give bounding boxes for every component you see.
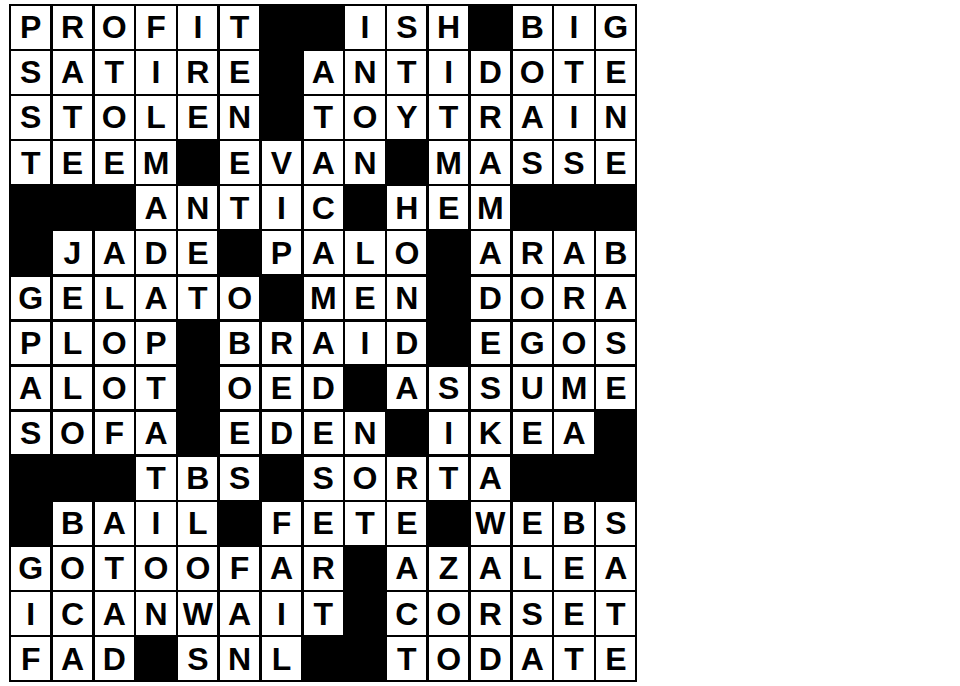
letter-square-r1c13[interactable]: B	[513, 6, 552, 49]
letter-square-r2c15[interactable]: E	[596, 51, 635, 94]
letter-square-r12c15[interactable]: S	[596, 502, 635, 545]
letter-square-r9c1[interactable]: A	[11, 367, 50, 410]
letter-square-r5c7[interactable]: I	[262, 186, 301, 229]
letter-square-r8c7[interactable]: R	[262, 322, 301, 365]
letter-square-r8c10[interactable]: D	[387, 322, 426, 365]
letter-square-r13c2[interactable]: O	[53, 547, 92, 590]
block-square-r1c12	[471, 6, 510, 49]
letter-square-r13c11[interactable]: Z	[429, 547, 468, 590]
letter-square-r12c3[interactable]: A	[95, 502, 134, 545]
letter-square-r8c3[interactable]: O	[95, 322, 134, 365]
letter-square-r12c5[interactable]: L	[178, 502, 217, 545]
letter-square-r4c1[interactable]: T	[11, 141, 50, 184]
letter-square-r15c2[interactable]: A	[53, 637, 92, 680]
letter-square-r8c13[interactable]: G	[513, 322, 552, 365]
letter-square-r10c12[interactable]: K	[471, 412, 510, 455]
block-square-r10c10	[387, 412, 426, 455]
block-square-r5c14	[554, 186, 593, 229]
block-square-r6c6	[220, 231, 259, 274]
block-square-r9c9	[345, 367, 384, 410]
letter-square-r4c6[interactable]: E	[220, 141, 259, 184]
letter-square-r6c8[interactable]: A	[304, 231, 343, 274]
letter-square-r3c15[interactable]: N	[596, 96, 635, 139]
letter-square-r10c9[interactable]: N	[345, 412, 384, 455]
letter-square-r1c2[interactable]: R	[53, 6, 92, 49]
letter-square-r4c12[interactable]: A	[471, 141, 510, 184]
block-square-r1c8	[304, 6, 343, 49]
block-square-r6c11	[429, 231, 468, 274]
letter-square-r6c12[interactable]: A	[471, 231, 510, 274]
letter-square-r14c5[interactable]: W	[178, 592, 217, 635]
letter-square-r2c11[interactable]: I	[429, 51, 468, 94]
block-square-r15c4	[136, 637, 175, 680]
letter-square-r7c3[interactable]: L	[95, 277, 134, 320]
letter-square-r1c9[interactable]: I	[345, 6, 384, 49]
letter-square-r2c5[interactable]: R	[178, 51, 217, 94]
letter-square-r7c13[interactable]: O	[513, 277, 552, 320]
letter-square-r8c6[interactable]: B	[220, 322, 259, 365]
letter-square-r9c11[interactable]: S	[429, 367, 468, 410]
letter-square-r9c6[interactable]: O	[220, 367, 259, 410]
letter-square-r15c11[interactable]: O	[429, 637, 468, 680]
block-square-r10c5	[178, 412, 217, 455]
letter-square-r13c3[interactable]: T	[95, 547, 134, 590]
letter-square-r12c4[interactable]: I	[136, 502, 175, 545]
letter-square-r2c6[interactable]: E	[220, 51, 259, 94]
letter-square-r13c10[interactable]: A	[387, 547, 426, 590]
letter-square-r7c1[interactable]: G	[11, 277, 50, 320]
letter-square-r11c5[interactable]: B	[178, 457, 217, 500]
block-square-r15c9	[345, 637, 384, 680]
letter-square-r10c4[interactable]: A	[136, 412, 175, 455]
letter-square-r11c6[interactable]: S	[220, 457, 259, 500]
letter-square-r14c6[interactable]: A	[220, 592, 259, 635]
letter-square-r3c11[interactable]: T	[429, 96, 468, 139]
letter-square-r1c1[interactable]: P	[11, 6, 50, 49]
block-square-r2c7	[262, 51, 301, 94]
letter-square-r11c8[interactable]: S	[304, 457, 343, 500]
letter-square-r2c13[interactable]: O	[513, 51, 552, 94]
letter-square-r1c4[interactable]: F	[136, 6, 175, 49]
letter-square-r11c12[interactable]: A	[471, 457, 510, 500]
letter-square-r13c14[interactable]: E	[554, 547, 593, 590]
letter-square-r3c5[interactable]: E	[178, 96, 217, 139]
letter-square-r6c10[interactable]: O	[387, 231, 426, 274]
letter-square-r5c12[interactable]: M	[471, 186, 510, 229]
letter-square-r4c3[interactable]: E	[95, 141, 134, 184]
letter-square-r3c8[interactable]: T	[304, 96, 343, 139]
letter-square-r6c14[interactable]: A	[554, 231, 593, 274]
letter-square-r3c14[interactable]: I	[554, 96, 593, 139]
letter-square-r15c10[interactable]: T	[387, 637, 426, 680]
letter-square-r2c4[interactable]: I	[136, 51, 175, 94]
letter-square-r13c4[interactable]: O	[136, 547, 175, 590]
letter-square-r7c4[interactable]: A	[136, 277, 175, 320]
letter-square-r4c13[interactable]: S	[513, 141, 552, 184]
letter-square-r10c2[interactable]: O	[53, 412, 92, 455]
letter-square-r9c12[interactable]: S	[471, 367, 510, 410]
letter-square-r14c8[interactable]: T	[304, 592, 343, 635]
letter-square-r6c13[interactable]: R	[513, 231, 552, 274]
block-square-r11c7	[262, 457, 301, 500]
letter-square-r4c9[interactable]: N	[345, 141, 384, 184]
block-square-r11c15	[596, 457, 635, 500]
letter-square-r1c15[interactable]: G	[596, 6, 635, 49]
block-square-r5c3	[95, 186, 134, 229]
letter-square-r1c11[interactable]: H	[429, 6, 468, 49]
letter-square-r15c13[interactable]: A	[513, 637, 552, 680]
letter-square-r14c11[interactable]: O	[429, 592, 468, 635]
letter-square-r12c9[interactable]: T	[345, 502, 384, 545]
letter-square-r8c1[interactable]: P	[11, 322, 50, 365]
letter-square-r11c4[interactable]: T	[136, 457, 175, 500]
letter-square-r13c1[interactable]: G	[11, 547, 50, 590]
letter-square-r7c10[interactable]: N	[387, 277, 426, 320]
letter-square-r15c15[interactable]: E	[596, 637, 635, 680]
block-square-r5c2	[53, 186, 92, 229]
letter-square-r7c15[interactable]: A	[596, 277, 635, 320]
letter-square-r2c3[interactable]: T	[95, 51, 134, 94]
letter-square-r7c2[interactable]: E	[53, 277, 92, 320]
block-square-r11c1	[11, 457, 50, 500]
letter-square-r10c1[interactable]: S	[11, 412, 50, 455]
letter-square-r9c7[interactable]: E	[262, 367, 301, 410]
letter-square-r5c5[interactable]: N	[178, 186, 217, 229]
letter-square-r1c10[interactable]: S	[387, 6, 426, 49]
letter-square-r12c12[interactable]: W	[471, 502, 510, 545]
letter-square-r8c9[interactable]: I	[345, 322, 384, 365]
block-square-r11c2	[53, 457, 92, 500]
crossword-page: PROFITISHBIGSATIREANTIDOTESTOLENTOYTRAIN…	[0, 0, 960, 686]
letter-square-r14c14[interactable]: E	[554, 592, 593, 635]
letter-square-r14c13[interactable]: S	[513, 592, 552, 635]
letter-square-r14c10[interactable]: C	[387, 592, 426, 635]
letter-square-r9c2[interactable]: L	[53, 367, 92, 410]
letter-square-r3c3[interactable]: O	[95, 96, 134, 139]
letter-square-r9c15[interactable]: E	[596, 367, 635, 410]
block-square-r10c15	[596, 412, 635, 455]
letter-square-r9c14[interactable]: M	[554, 367, 593, 410]
letter-square-r4c7[interactable]: V	[262, 141, 301, 184]
letter-square-r3c4[interactable]: L	[136, 96, 175, 139]
letter-square-r4c15[interactable]: E	[596, 141, 635, 184]
letter-square-r6c5[interactable]: E	[178, 231, 217, 274]
letter-square-r7c12[interactable]: D	[471, 277, 510, 320]
letter-square-r1c14[interactable]: I	[554, 6, 593, 49]
block-square-r8c11	[429, 322, 468, 365]
letter-square-r8c14[interactable]: O	[554, 322, 593, 365]
letter-square-r12c14[interactable]: B	[554, 502, 593, 545]
letter-square-r6c7[interactable]: P	[262, 231, 301, 274]
block-square-r4c10	[387, 141, 426, 184]
letter-square-r1c3[interactable]: O	[95, 6, 134, 49]
letter-square-r5c6[interactable]: T	[220, 186, 259, 229]
letter-square-r10c7[interactable]: D	[262, 412, 301, 455]
letter-square-r6c4[interactable]: D	[136, 231, 175, 274]
letter-square-r14c3[interactable]: A	[95, 592, 134, 635]
letter-square-r7c5[interactable]: T	[178, 277, 217, 320]
block-square-r1c7	[262, 6, 301, 49]
letter-square-r1c5[interactable]: I	[178, 6, 217, 49]
letter-square-r8c12[interactable]: E	[471, 322, 510, 365]
letter-square-r3c12[interactable]: R	[471, 96, 510, 139]
letter-square-r9c8[interactable]: D	[304, 367, 343, 410]
letter-square-r2c9[interactable]: N	[345, 51, 384, 94]
block-square-r12c6	[220, 502, 259, 545]
letter-square-r5c11[interactable]: E	[429, 186, 468, 229]
letter-square-r13c5[interactable]: O	[178, 547, 217, 590]
letter-square-r5c10[interactable]: H	[387, 186, 426, 229]
letter-square-r9c4[interactable]: T	[136, 367, 175, 410]
block-square-r3c7	[262, 96, 301, 139]
letter-square-r3c13[interactable]: A	[513, 96, 552, 139]
letter-square-r14c12[interactable]: R	[471, 592, 510, 635]
block-square-r7c11	[429, 277, 468, 320]
letter-square-r15c14[interactable]: T	[554, 637, 593, 680]
letter-square-r13c7[interactable]: A	[262, 547, 301, 590]
letter-square-r2c8[interactable]: A	[304, 51, 343, 94]
block-square-r4c5	[178, 141, 217, 184]
letter-square-r13c15[interactable]: A	[596, 547, 635, 590]
block-square-r9c5	[178, 367, 217, 410]
letter-square-r2c14[interactable]: T	[554, 51, 593, 94]
letter-square-r11c10[interactable]: R	[387, 457, 426, 500]
letter-square-r4c11[interactable]: M	[429, 141, 468, 184]
letter-square-r15c5[interactable]: S	[178, 637, 217, 680]
letter-square-r12c7[interactable]: F	[262, 502, 301, 545]
letter-square-r8c4[interactable]: P	[136, 322, 175, 365]
letter-square-r4c4[interactable]: M	[136, 141, 175, 184]
letter-square-r2c12[interactable]: D	[471, 51, 510, 94]
letter-square-r10c14[interactable]: A	[554, 412, 593, 455]
letter-square-r5c8[interactable]: C	[304, 186, 343, 229]
letter-square-r8c8[interactable]: A	[304, 322, 343, 365]
letter-square-r13c13[interactable]: L	[513, 547, 552, 590]
letter-square-r11c9[interactable]: O	[345, 457, 384, 500]
letter-square-r3c9[interactable]: O	[345, 96, 384, 139]
letter-square-r3c2[interactable]: T	[53, 96, 92, 139]
letter-square-r6c15[interactable]: B	[596, 231, 635, 274]
block-square-r12c11	[429, 502, 468, 545]
letter-square-r14c1[interactable]: I	[11, 592, 50, 635]
block-square-r8c5	[178, 322, 217, 365]
letter-square-r1c6[interactable]: T	[220, 6, 259, 49]
letter-square-r3c10[interactable]: Y	[387, 96, 426, 139]
letter-square-r7c9[interactable]: E	[345, 277, 384, 320]
block-square-r5c1	[11, 186, 50, 229]
letter-square-r13c12[interactable]: A	[471, 547, 510, 590]
letter-square-r4c8[interactable]: A	[304, 141, 343, 184]
letter-square-r12c10[interactable]: E	[387, 502, 426, 545]
letter-square-r15c6[interactable]: N	[220, 637, 259, 680]
letter-square-r14c7[interactable]: I	[262, 592, 301, 635]
block-square-r5c9	[345, 186, 384, 229]
letter-square-r15c1[interactable]: F	[11, 637, 50, 680]
letter-square-r4c14[interactable]: S	[554, 141, 593, 184]
letter-square-r10c8[interactable]: E	[304, 412, 343, 455]
block-square-r13c9	[345, 547, 384, 590]
letter-square-r15c3[interactable]: D	[95, 637, 134, 680]
letter-square-r4c2[interactable]: E	[53, 141, 92, 184]
block-square-r5c13	[513, 186, 552, 229]
letter-square-r14c2[interactable]: C	[53, 592, 92, 635]
block-square-r6c1	[11, 231, 50, 274]
letter-square-r11c11[interactable]: T	[429, 457, 468, 500]
letter-square-r10c13[interactable]: E	[513, 412, 552, 455]
letter-square-r14c4[interactable]: N	[136, 592, 175, 635]
block-square-r7c7	[262, 277, 301, 320]
letter-square-r12c8[interactable]: E	[304, 502, 343, 545]
letter-square-r6c2[interactable]: J	[53, 231, 92, 274]
letter-square-r10c3[interactable]: F	[95, 412, 134, 455]
letter-square-r7c8[interactable]: M	[304, 277, 343, 320]
letter-square-r6c9[interactable]: L	[345, 231, 384, 274]
letter-square-r14c15[interactable]: T	[596, 592, 635, 635]
letter-square-r13c6[interactable]: F	[220, 547, 259, 590]
letter-square-r8c15[interactable]: S	[596, 322, 635, 365]
letter-square-r10c6[interactable]: E	[220, 412, 259, 455]
block-square-r11c3	[95, 457, 134, 500]
letter-square-r9c3[interactable]: O	[95, 367, 134, 410]
letter-square-r12c2[interactable]: B	[53, 502, 92, 545]
letter-square-r15c12[interactable]: D	[471, 637, 510, 680]
letter-square-r15c7[interactable]: L	[262, 637, 301, 680]
letter-square-r5c4[interactable]: A	[136, 186, 175, 229]
letter-square-r12c13[interactable]: E	[513, 502, 552, 545]
letter-square-r2c10[interactable]: T	[387, 51, 426, 94]
block-square-r14c9	[345, 592, 384, 635]
block-square-r15c8	[304, 637, 343, 680]
letter-square-r9c10[interactable]: A	[387, 367, 426, 410]
letter-square-r7c6[interactable]: O	[220, 277, 259, 320]
letter-square-r9c13[interactable]: U	[513, 367, 552, 410]
letter-square-r8c2[interactable]: L	[53, 322, 92, 365]
letter-square-r6c3[interactable]: A	[95, 231, 134, 274]
letter-square-r3c1[interactable]: S	[11, 96, 50, 139]
block-square-r11c13	[513, 457, 552, 500]
letter-square-r7c14[interactable]: R	[554, 277, 593, 320]
letter-square-r2c2[interactable]: A	[53, 51, 92, 94]
letter-square-r2c1[interactable]: S	[11, 51, 50, 94]
letter-square-r10c11[interactable]: I	[429, 412, 468, 455]
block-square-r5c15	[596, 186, 635, 229]
letter-square-r3c6[interactable]: N	[220, 96, 259, 139]
letter-square-r13c8[interactable]: R	[304, 547, 343, 590]
block-square-r12c1	[11, 502, 50, 545]
block-square-r11c14	[554, 457, 593, 500]
crossword-board: PROFITISHBIGSATIREANTIDOTESTOLENTOYTRAIN…	[9, 4, 637, 682]
